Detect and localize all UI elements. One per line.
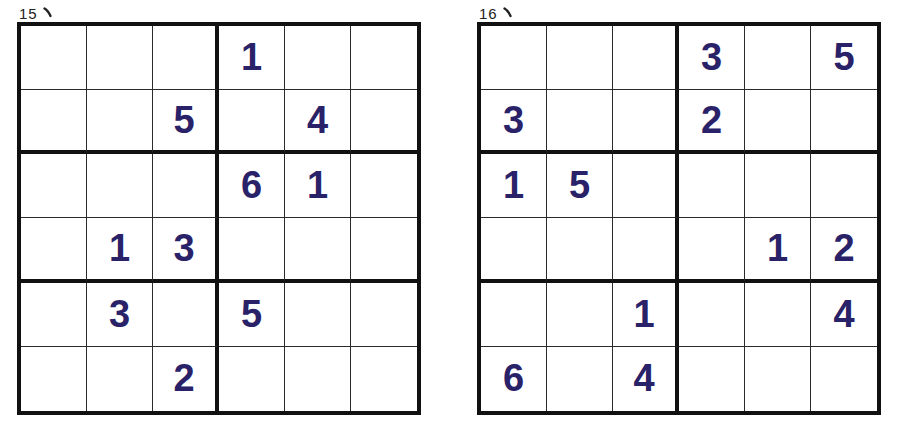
cell-r5c4[interactable] <box>679 283 745 347</box>
cell-r3c4[interactable] <box>679 154 745 218</box>
cell-r4c2[interactable] <box>547 218 613 282</box>
cell-r1c5[interactable] <box>745 26 811 90</box>
cell-r3c4: 6 <box>219 154 285 218</box>
cell-r6c2[interactable] <box>87 347 153 411</box>
cell-r1c1[interactable] <box>481 26 547 90</box>
cell-r5c6: 4 <box>811 283 877 347</box>
cell-r6c4[interactable] <box>679 347 745 411</box>
cell-r2c4: 2 <box>679 90 745 154</box>
cell-r6c4[interactable] <box>219 347 285 411</box>
puzzle-label-16: 16 <box>477 1 881 20</box>
sudoku-worksheet: 15 1546113352 16 353215121464 <box>0 0 900 422</box>
puzzle-number: 16 <box>479 6 498 21</box>
cell-r4c2: 1 <box>87 218 153 282</box>
cell-r6c5[interactable] <box>285 347 351 411</box>
sudoku-board-16: 353215121464 <box>477 22 881 415</box>
cell-r4c5[interactable] <box>285 218 351 282</box>
cell-r6c3: 2 <box>153 347 219 411</box>
cell-r4c6: 2 <box>811 218 877 282</box>
cell-r5c3: 1 <box>613 283 679 347</box>
cell-r3c3[interactable] <box>153 154 219 218</box>
cell-r5c5[interactable] <box>745 283 811 347</box>
cell-r5c4: 5 <box>219 283 285 347</box>
cell-r2c3[interactable] <box>613 90 679 154</box>
cell-r3c2[interactable] <box>87 154 153 218</box>
cell-r2c2[interactable] <box>547 90 613 154</box>
cell-r1c3[interactable] <box>153 26 219 90</box>
cell-r5c1[interactable] <box>481 283 547 347</box>
cell-r4c1[interactable] <box>481 218 547 282</box>
cell-r2c6[interactable] <box>811 90 877 154</box>
cell-r4c6[interactable] <box>351 218 417 282</box>
cell-r4c1[interactable] <box>21 218 87 282</box>
cell-r1c2[interactable] <box>547 26 613 90</box>
cell-r4c5: 1 <box>745 218 811 282</box>
cell-r1c6: 5 <box>811 26 877 90</box>
cell-r3c5[interactable] <box>745 154 811 218</box>
cell-r2c5[interactable] <box>745 90 811 154</box>
puzzle-16: 16 353215121464 <box>477 1 881 415</box>
puzzle-label-15: 15 <box>17 1 421 20</box>
cell-r1c5[interactable] <box>285 26 351 90</box>
cell-r2c1[interactable] <box>21 90 87 154</box>
cell-r2c3: 5 <box>153 90 219 154</box>
cell-r6c1[interactable] <box>21 347 87 411</box>
cell-r6c6[interactable] <box>811 347 877 411</box>
cell-r3c2: 5 <box>547 154 613 218</box>
cell-r6c5[interactable] <box>745 347 811 411</box>
cell-r3c3[interactable] <box>613 154 679 218</box>
cell-r5c2[interactable] <box>547 283 613 347</box>
puzzle-15: 15 1546113352 <box>17 1 421 415</box>
cell-r1c4: 1 <box>219 26 285 90</box>
cell-r1c4: 3 <box>679 26 745 90</box>
sudoku-board-15: 1546113352 <box>17 22 421 415</box>
cell-r3c1[interactable] <box>21 154 87 218</box>
cell-r1c6[interactable] <box>351 26 417 90</box>
cell-r4c4[interactable] <box>219 218 285 282</box>
cell-r5c5[interactable] <box>285 283 351 347</box>
cell-r5c6[interactable] <box>351 283 417 347</box>
cell-r1c1[interactable] <box>21 26 87 90</box>
cell-r2c5: 4 <box>285 90 351 154</box>
cell-r5c3[interactable] <box>153 283 219 347</box>
puzzle-number: 15 <box>19 6 38 21</box>
cell-r5c2: 3 <box>87 283 153 347</box>
cell-r6c6[interactable] <box>351 347 417 411</box>
cell-r6c1: 6 <box>481 347 547 411</box>
enumeration-comma-icon <box>502 4 513 20</box>
cell-r1c3[interactable] <box>613 26 679 90</box>
cell-r2c1: 3 <box>481 90 547 154</box>
cell-r3c5: 1 <box>285 154 351 218</box>
cell-r6c3: 4 <box>613 347 679 411</box>
cell-r2c6[interactable] <box>351 90 417 154</box>
enumeration-comma-icon <box>42 4 53 20</box>
cell-r1c2[interactable] <box>87 26 153 90</box>
cell-r2c2[interactable] <box>87 90 153 154</box>
cell-r4c3: 3 <box>153 218 219 282</box>
cell-r3c1: 1 <box>481 154 547 218</box>
cell-r6c2[interactable] <box>547 347 613 411</box>
cell-r2c4[interactable] <box>219 90 285 154</box>
cell-r3c6[interactable] <box>811 154 877 218</box>
cell-r5c1[interactable] <box>21 283 87 347</box>
cell-r4c3[interactable] <box>613 218 679 282</box>
cell-r4c4[interactable] <box>679 218 745 282</box>
cell-r3c6[interactable] <box>351 154 417 218</box>
